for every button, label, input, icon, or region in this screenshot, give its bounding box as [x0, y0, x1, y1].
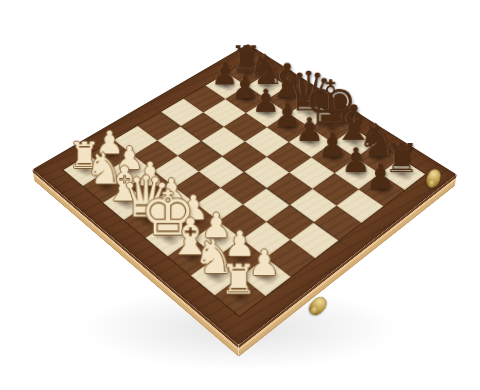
chess-board: ♜♞♝♛♚♝♞♜♟♟♟♟♟♟♟♟♟♟♟♟♟♟♟♟♜♞♝♛♚♝♞♜: [32, 44, 456, 345]
piece-ground-shadow: [275, 91, 301, 108]
piece-ground-shadow: [254, 78, 280, 95]
square-g5[interactable]: [290, 189, 337, 223]
piece-ground-shadow: [296, 105, 323, 123]
white-rook-glyph: ♜: [220, 260, 256, 301]
square-e4[interactable]: [221, 172, 267, 204]
square-h4[interactable]: [290, 222, 338, 258]
square-g4[interactable]: [266, 205, 314, 240]
square-f4[interactable]: [243, 188, 290, 222]
piece-ground-shadow: [254, 105, 281, 123]
scene: ♜♞♝♛♚♝♞♜♟♟♟♟♟♟♟♟♟♟♟♟♟♟♟♟♜♞♝♛♚♝♞♜: [0, 0, 480, 390]
board-frame: [32, 44, 456, 345]
piece-ground-shadow: [297, 133, 325, 152]
square-f5[interactable]: [266, 173, 312, 205]
square-h5[interactable]: [314, 206, 362, 241]
square-g6[interactable]: [313, 173, 359, 206]
square-h6[interactable]: [337, 189, 384, 223]
black-pawn-glyph: ♟: [365, 159, 396, 194]
piece-ground-shadow: [275, 119, 302, 137]
chess-set-photo: ♜♞♝♛♚♝♞♜♟♟♟♟♟♟♟♟♟♟♟♟♟♟♟♟♜♞♝♛♚♝♞♜: [0, 0, 480, 390]
